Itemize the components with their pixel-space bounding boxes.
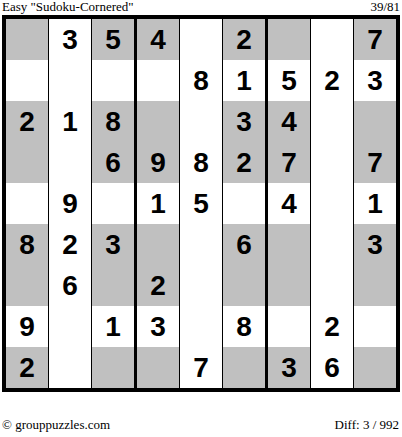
cell-r8c1[interactable]: 9: [6, 306, 49, 348]
cell-r4c9[interactable]: 7: [354, 142, 396, 184]
cell-r6c7[interactable]: [268, 224, 311, 268]
cell-r3c3[interactable]: 8: [92, 101, 137, 145]
cell-r9c5[interactable]: 7: [180, 347, 223, 388]
cell-r8c8[interactable]: 2: [311, 306, 354, 348]
cell-r3c2[interactable]: 1: [49, 101, 92, 145]
cell-r3c9[interactable]: [354, 101, 396, 145]
cell-r8c5[interactable]: [180, 306, 223, 348]
cell-r9c4[interactable]: [137, 347, 180, 388]
cell-r8c2[interactable]: [49, 306, 92, 348]
cell-r8c6[interactable]: 8: [223, 306, 268, 348]
cell-r1c4[interactable]: 4: [137, 19, 180, 61]
cell-r6c5[interactable]: [180, 224, 223, 268]
cell-r1c8[interactable]: [311, 19, 354, 61]
cell-r5c5[interactable]: 5: [180, 183, 223, 225]
cell-r5c4[interactable]: 1: [137, 183, 180, 225]
header: Easy "Sudoku-Cornered" 39/81: [0, 0, 402, 15]
cell-r7c6[interactable]: [223, 265, 268, 307]
cell-r7c2[interactable]: 6: [49, 265, 92, 307]
cell-r9c3[interactable]: [92, 347, 137, 388]
cell-r3c4[interactable]: [137, 101, 180, 145]
cell-r2c3[interactable]: [92, 60, 137, 102]
puzzle-title: Easy "Sudoku-Cornered": [2, 0, 134, 14]
copyright-text: © grouppuzzles.com: [2, 417, 110, 433]
cell-r7c3[interactable]: [92, 265, 137, 307]
cell-r1c3[interactable]: 5: [92, 19, 137, 61]
cell-r6c2[interactable]: 2: [49, 224, 92, 268]
cell-r5c9[interactable]: 1: [354, 183, 396, 225]
cell-counter: 39/81: [370, 0, 400, 14]
cell-r3c1[interactable]: 2: [6, 101, 49, 145]
cell-r1c1[interactable]: [6, 19, 49, 61]
cell-r5c8[interactable]: [311, 183, 354, 225]
cell-r4c3[interactable]: 6: [92, 142, 137, 184]
cell-r6c6[interactable]: 6: [223, 224, 268, 268]
cell-r2c2[interactable]: [49, 60, 92, 102]
cell-r4c6[interactable]: 2: [223, 142, 268, 184]
cell-r3c7[interactable]: 4: [268, 101, 311, 145]
cell-r6c1[interactable]: 8: [6, 224, 49, 268]
cell-r2c4[interactable]: [137, 60, 180, 102]
cell-r7c9[interactable]: [354, 265, 396, 307]
cell-r2c5[interactable]: 8: [180, 60, 223, 102]
cell-r7c4[interactable]: 2: [137, 265, 180, 307]
cell-r4c4[interactable]: 9: [137, 142, 180, 184]
difficulty-text: Diff: 3 / 992: [335, 417, 399, 433]
cell-r4c8[interactable]: [311, 142, 354, 184]
cell-r6c8[interactable]: [311, 224, 354, 268]
cell-r3c5[interactable]: [180, 101, 223, 145]
cell-r8c9[interactable]: [354, 306, 396, 348]
cell-r1c6[interactable]: 2: [223, 19, 268, 61]
cell-r2c6[interactable]: 1: [223, 60, 268, 102]
cell-r5c7[interactable]: 4: [268, 183, 311, 225]
cell-r1c5[interactable]: [180, 19, 223, 61]
cell-r6c3[interactable]: 3: [92, 224, 137, 268]
cell-r9c8[interactable]: 6: [311, 347, 354, 388]
cell-r4c5[interactable]: 8: [180, 142, 223, 184]
footer: © grouppuzzles.com Diff: 3 / 992: [0, 417, 402, 433]
cell-r7c1[interactable]: [6, 265, 49, 307]
sudoku-board: 3542781523218346982779154182363629138227…: [2, 15, 400, 392]
cell-r5c2[interactable]: 9: [49, 183, 92, 225]
cell-r9c2[interactable]: [49, 347, 92, 388]
cell-r8c7[interactable]: [268, 306, 311, 348]
cell-r4c1[interactable]: [6, 142, 49, 184]
cell-r7c7[interactable]: [268, 265, 311, 307]
cell-r3c6[interactable]: 3: [223, 101, 268, 145]
cell-r5c3[interactable]: [92, 183, 137, 225]
cell-r9c9[interactable]: [354, 347, 396, 388]
cell-r9c7[interactable]: 3: [268, 347, 311, 388]
cell-r3c8[interactable]: [311, 101, 354, 145]
cell-r5c1[interactable]: [6, 183, 49, 225]
cell-r6c9[interactable]: 3: [354, 224, 396, 268]
cell-r2c8[interactable]: 2: [311, 60, 354, 102]
cell-r4c2[interactable]: [49, 142, 92, 184]
cell-r9c6[interactable]: [223, 347, 268, 388]
cell-r5c6[interactable]: [223, 183, 268, 225]
cell-r2c1[interactable]: [6, 60, 49, 102]
cell-r2c7[interactable]: 5: [268, 60, 311, 102]
cell-r9c1[interactable]: 2: [6, 347, 49, 388]
cell-r1c2[interactable]: 3: [49, 19, 92, 61]
cell-r8c3[interactable]: 1: [92, 306, 137, 348]
cell-r4c7[interactable]: 7: [268, 142, 311, 184]
cell-r2c9[interactable]: 3: [354, 60, 396, 102]
cell-r6c4[interactable]: [137, 224, 180, 268]
cell-r1c9[interactable]: 7: [354, 19, 396, 61]
cell-r7c8[interactable]: [311, 265, 354, 307]
cell-r7c5[interactable]: [180, 265, 223, 307]
cell-r1c7[interactable]: [268, 19, 311, 61]
cell-r8c4[interactable]: 3: [137, 306, 180, 348]
